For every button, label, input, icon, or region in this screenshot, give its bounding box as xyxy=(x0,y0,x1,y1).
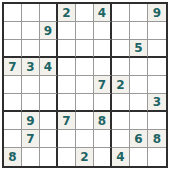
sudoku-cell-r5c1[interactable] xyxy=(4,76,22,94)
sudoku-cell-r2c7[interactable] xyxy=(112,22,130,40)
sudoku-cell-r7c2: 9 xyxy=(22,112,40,130)
sudoku-cell-r1c7[interactable] xyxy=(112,4,130,22)
sudoku-cell-r8c3[interactable] xyxy=(40,130,58,148)
sudoku-cell-r6c3[interactable] xyxy=(40,94,58,112)
sudoku-cell-r8c7[interactable] xyxy=(112,130,130,148)
sudoku-cell-r8c2: 7 xyxy=(22,130,40,148)
sudoku-cell-r8c9: 8 xyxy=(148,130,166,148)
sudoku-cell-r4c5[interactable] xyxy=(76,58,94,76)
sudoku-cell-r5c8[interactable] xyxy=(130,76,148,94)
sudoku-cell-r6c4[interactable] xyxy=(58,94,76,112)
sudoku-cell-r9c2[interactable] xyxy=(22,148,40,166)
sudoku-cell-r1c2[interactable] xyxy=(22,4,40,22)
sudoku-cell-r3c5[interactable] xyxy=(76,40,94,58)
sudoku-cell-r7c8[interactable] xyxy=(130,112,148,130)
sudoku-cell-r3c4[interactable] xyxy=(58,40,76,58)
sudoku-cell-r5c2[interactable] xyxy=(22,76,40,94)
sudoku-cell-r1c6: 4 xyxy=(94,4,112,22)
sudoku-cell-r9c3[interactable] xyxy=(40,148,58,166)
sudoku-cell-r7c6: 8 xyxy=(94,112,112,130)
sudoku-cell-r3c9[interactable] xyxy=(148,40,166,58)
sudoku-cell-r4c2: 3 xyxy=(22,58,40,76)
sudoku-cell-r5c4[interactable] xyxy=(58,76,76,94)
sudoku-cell-r2c5[interactable] xyxy=(76,22,94,40)
sudoku-cell-r1c1[interactable] xyxy=(4,4,22,22)
sudoku-cell-r4c7[interactable] xyxy=(112,58,130,76)
sudoku-cell-r2c1[interactable] xyxy=(4,22,22,40)
sudoku-cell-r7c4: 7 xyxy=(58,112,76,130)
sudoku-cell-r9c5: 2 xyxy=(76,148,94,166)
sudoku-cell-r6c2[interactable] xyxy=(22,94,40,112)
sudoku-cell-r4c9[interactable] xyxy=(148,58,166,76)
sudoku-cell-r6c6[interactable] xyxy=(94,94,112,112)
sudoku-cell-r1c5[interactable] xyxy=(76,4,94,22)
sudoku-cell-r6c7[interactable] xyxy=(112,94,130,112)
sudoku-cell-r4c1: 7 xyxy=(4,58,22,76)
sudoku-board: 24995734723978768824 xyxy=(2,2,168,168)
sudoku-cell-r6c9: 3 xyxy=(148,94,166,112)
sudoku-cell-r8c5[interactable] xyxy=(76,130,94,148)
sudoku-cell-r3c2[interactable] xyxy=(22,40,40,58)
sudoku-cell-r4c3: 4 xyxy=(40,58,58,76)
sudoku-cell-r2c6[interactable] xyxy=(94,22,112,40)
sudoku-cell-r9c6[interactable] xyxy=(94,148,112,166)
sudoku-cell-r5c9[interactable] xyxy=(148,76,166,94)
sudoku-cell-r9c9[interactable] xyxy=(148,148,166,166)
sudoku-cell-r2c2[interactable] xyxy=(22,22,40,40)
sudoku-cell-r5c5[interactable] xyxy=(76,76,94,94)
sudoku-cell-r7c7[interactable] xyxy=(112,112,130,130)
sudoku-cell-r9c7: 4 xyxy=(112,148,130,166)
sudoku-cell-r8c8: 6 xyxy=(130,130,148,148)
sudoku-cell-r5c7: 2 xyxy=(112,76,130,94)
sudoku-cell-r3c7[interactable] xyxy=(112,40,130,58)
sudoku-cell-r8c6[interactable] xyxy=(94,130,112,148)
sudoku-cell-r1c3[interactable] xyxy=(40,4,58,22)
sudoku-cell-r7c3[interactable] xyxy=(40,112,58,130)
sudoku-cell-r9c4[interactable] xyxy=(58,148,76,166)
sudoku-cell-r6c8[interactable] xyxy=(130,94,148,112)
sudoku-cell-r3c1[interactable] xyxy=(4,40,22,58)
sudoku-cell-r3c6[interactable] xyxy=(94,40,112,58)
sudoku-cell-r5c6: 7 xyxy=(94,76,112,94)
sudoku-cell-r6c1[interactable] xyxy=(4,94,22,112)
sudoku-cell-r9c8[interactable] xyxy=(130,148,148,166)
sudoku-cell-r9c1: 8 xyxy=(4,148,22,166)
sudoku-cell-r2c4[interactable] xyxy=(58,22,76,40)
sudoku-cell-r5c3[interactable] xyxy=(40,76,58,94)
sudoku-cell-r2c9[interactable] xyxy=(148,22,166,40)
sudoku-cell-r1c9: 9 xyxy=(148,4,166,22)
sudoku-cell-r4c8[interactable] xyxy=(130,58,148,76)
sudoku-cell-r8c1[interactable] xyxy=(4,130,22,148)
sudoku-cell-r3c3[interactable] xyxy=(40,40,58,58)
sudoku-page: 24995734723978768824 xyxy=(0,0,170,170)
sudoku-cell-r4c4[interactable] xyxy=(58,58,76,76)
sudoku-cell-r7c5[interactable] xyxy=(76,112,94,130)
sudoku-cell-r2c8[interactable] xyxy=(130,22,148,40)
sudoku-cell-r1c8[interactable] xyxy=(130,4,148,22)
sudoku-cell-r7c1[interactable] xyxy=(4,112,22,130)
sudoku-cell-r7c9[interactable] xyxy=(148,112,166,130)
sudoku-cell-r4c6[interactable] xyxy=(94,58,112,76)
sudoku-cell-r6c5[interactable] xyxy=(76,94,94,112)
sudoku-cell-r3c8: 5 xyxy=(130,40,148,58)
sudoku-cell-r8c4[interactable] xyxy=(58,130,76,148)
sudoku-cell-r1c4: 2 xyxy=(58,4,76,22)
sudoku-cell-r2c3: 9 xyxy=(40,22,58,40)
